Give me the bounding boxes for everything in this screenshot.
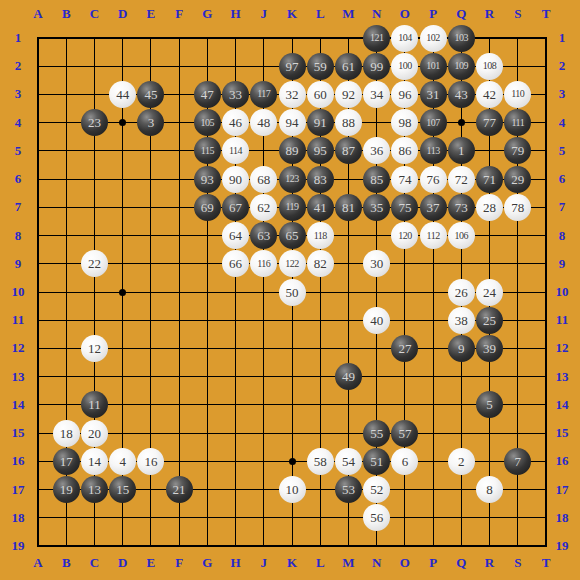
stone-move-number: 114: [229, 146, 242, 156]
row-label-right: 8: [548, 227, 576, 245]
stone-white-42[interactable]: 42: [476, 81, 503, 108]
stone-white-20[interactable]: 20: [81, 420, 108, 447]
stone-white-104[interactable]: 104: [391, 25, 418, 52]
column-label-top: D: [109, 5, 137, 23]
stone-move-number: 6: [402, 455, 409, 468]
stone-move-number: 12: [88, 342, 101, 355]
grid-line-horizontal: [38, 404, 546, 405]
stone-move-number: 52: [370, 483, 383, 496]
row-label-right: 2: [548, 57, 576, 75]
stone-move-number: 63: [257, 229, 270, 242]
stone-move-number: 90: [229, 173, 242, 186]
stone-white-88[interactable]: 88: [335, 109, 362, 136]
stone-move-number: 113: [427, 146, 440, 156]
stone-move-number: 67: [229, 201, 242, 214]
stone-black-9[interactable]: 9: [448, 335, 475, 362]
column-label-top: S: [504, 5, 532, 23]
stone-move-number: 16: [144, 455, 157, 468]
stone-move-number: 49: [342, 370, 355, 383]
stone-move-number: 72: [455, 173, 468, 186]
row-label-left: 15: [4, 424, 32, 442]
stone-move-number: 119: [285, 202, 298, 212]
stone-move-number: 46: [229, 116, 242, 129]
column-label-bottom: F: [165, 554, 193, 572]
stone-black-109[interactable]: 109: [448, 53, 475, 80]
column-label-bottom: C: [80, 554, 108, 572]
stone-move-number: 39: [483, 342, 496, 355]
stone-move-number: 65: [286, 229, 299, 242]
row-label-right: 5: [548, 142, 576, 160]
stone-move-number: 108: [483, 61, 497, 71]
stone-black-29[interactable]: 29: [504, 166, 531, 193]
star-point: [458, 119, 465, 126]
stone-move-number: 116: [257, 259, 270, 269]
stone-white-22[interactable]: 22: [81, 250, 108, 277]
stone-move-number: 120: [398, 231, 412, 241]
stone-move-number: 21: [173, 483, 186, 496]
stone-move-number: 77: [483, 116, 496, 129]
stone-black-67[interactable]: 67: [222, 194, 249, 221]
stone-move-number: 38: [455, 314, 468, 327]
row-label-right: 19: [548, 537, 576, 555]
stone-move-number: 81: [342, 201, 355, 214]
stone-move-number: 10: [286, 483, 299, 496]
stone-move-number: 111: [511, 118, 524, 128]
column-label-top: O: [391, 5, 419, 23]
stone-white-4[interactable]: 4: [109, 448, 136, 475]
stone-black-83[interactable]: 83: [307, 166, 334, 193]
stone-black-31[interactable]: 31: [420, 81, 447, 108]
stone-move-number: 57: [398, 427, 411, 440]
stone-black-47[interactable]: 47: [194, 81, 221, 108]
row-label-left: 13: [4, 368, 32, 386]
row-label-left: 1: [4, 29, 32, 47]
stone-move-number: 87: [342, 144, 355, 157]
stone-black-99[interactable]: 99: [363, 53, 390, 80]
column-label-top: M: [334, 5, 362, 23]
stone-white-18[interactable]: 18: [53, 420, 80, 447]
stone-move-number: 19: [60, 483, 73, 496]
stone-move-number: 69: [201, 201, 214, 214]
column-label-bottom: O: [391, 554, 419, 572]
stone-move-number: 5: [486, 398, 493, 411]
row-label-right: 1: [548, 29, 576, 47]
row-label-left: 9: [4, 255, 32, 273]
stone-black-1[interactable]: 1: [448, 137, 475, 164]
stone-white-40[interactable]: 40: [363, 307, 390, 334]
row-label-right: 18: [548, 509, 576, 527]
column-label-bottom: R: [476, 554, 504, 572]
stone-move-number: 102: [426, 33, 440, 43]
stone-move-number: 1: [458, 144, 465, 157]
stone-move-number: 76: [427, 173, 440, 186]
stone-black-103[interactable]: 103: [448, 25, 475, 52]
stone-white-62[interactable]: 62: [250, 194, 277, 221]
column-label-bottom: Q: [447, 554, 475, 572]
stone-move-number: 89: [286, 144, 299, 157]
stone-white-112[interactable]: 112: [420, 222, 447, 249]
row-label-right: 9: [548, 255, 576, 273]
stone-white-122[interactable]: 122: [279, 250, 306, 277]
row-label-left: 7: [4, 198, 32, 216]
row-label-left: 4: [4, 114, 32, 132]
stone-black-105[interactable]: 105: [194, 109, 221, 136]
stone-move-number: 68: [257, 173, 270, 186]
stone-move-number: 106: [455, 231, 469, 241]
stone-move-number: 20: [88, 427, 101, 440]
stone-move-number: 11: [88, 398, 101, 411]
stone-move-number: 17: [60, 455, 73, 468]
stone-black-55[interactable]: 55: [363, 420, 390, 447]
row-label-right: 4: [548, 114, 576, 132]
stone-black-101[interactable]: 101: [420, 53, 447, 80]
stone-move-number: 121: [370, 33, 384, 43]
stone-move-number: 86: [398, 144, 411, 157]
column-label-top: C: [80, 5, 108, 23]
column-label-top: J: [250, 5, 278, 23]
stone-move-number: 103: [455, 33, 469, 43]
stone-move-number: 7: [515, 455, 522, 468]
stone-move-number: 22: [88, 257, 101, 270]
stone-move-number: 88: [342, 116, 355, 129]
stone-black-7[interactable]: 7: [504, 448, 531, 475]
stone-move-number: 64: [229, 229, 242, 242]
row-label-left: 2: [4, 57, 32, 75]
stone-move-number: 62: [257, 201, 270, 214]
stone-move-number: 99: [370, 60, 383, 73]
stone-move-number: 53: [342, 483, 355, 496]
stone-black-71[interactable]: 71: [476, 166, 503, 193]
column-label-top: R: [476, 5, 504, 23]
column-label-top: N: [363, 5, 391, 23]
stone-move-number: 115: [201, 146, 214, 156]
stone-move-number: 36: [370, 144, 383, 157]
stone-black-25[interactable]: 25: [476, 307, 503, 334]
stone-move-number: 96: [398, 88, 411, 101]
column-label-bottom: P: [419, 554, 447, 572]
stone-move-number: 25: [483, 314, 496, 327]
stone-white-6[interactable]: 6: [391, 448, 418, 475]
column-label-top: H: [222, 5, 250, 23]
stone-move-number: 3: [148, 116, 155, 129]
column-label-bottom: B: [52, 554, 80, 572]
stone-move-number: 33: [229, 88, 242, 101]
stone-move-number: 24: [483, 286, 496, 299]
stone-white-26[interactable]: 26: [448, 279, 475, 306]
stone-move-number: 48: [257, 116, 270, 129]
stone-move-number: 118: [314, 231, 327, 241]
stone-move-number: 41: [314, 201, 327, 214]
grid-line-horizontal: [38, 433, 546, 434]
stone-move-number: 37: [427, 201, 440, 214]
stone-black-121[interactable]: 121: [363, 25, 390, 52]
stone-black-69[interactable]: 69: [194, 194, 221, 221]
stone-black-57[interactable]: 57: [391, 420, 418, 447]
stone-white-102[interactable]: 102: [420, 25, 447, 52]
row-label-right: 15: [548, 424, 576, 442]
stone-black-37[interactable]: 37: [420, 194, 447, 221]
column-label-top: F: [165, 5, 193, 23]
stone-black-65[interactable]: 65: [279, 222, 306, 249]
stone-white-14[interactable]: 14: [81, 448, 108, 475]
column-label-bottom: M: [334, 554, 362, 572]
stone-move-number: 100: [398, 61, 412, 71]
stone-black-95[interactable]: 95: [307, 137, 334, 164]
stone-white-46[interactable]: 46: [222, 109, 249, 136]
stone-white-82[interactable]: 82: [307, 250, 334, 277]
column-label-bottom: D: [109, 554, 137, 572]
stone-move-number: 29: [511, 173, 524, 186]
row-label-right: 13: [548, 368, 576, 386]
stone-white-100[interactable]: 100: [391, 53, 418, 80]
stone-move-number: 66: [229, 257, 242, 270]
stone-white-52[interactable]: 52: [363, 476, 390, 503]
stone-black-23[interactable]: 23: [81, 109, 108, 136]
row-label-left: 12: [4, 339, 32, 357]
stone-move-number: 54: [342, 455, 355, 468]
row-label-left: 5: [4, 142, 32, 160]
stone-black-117[interactable]: 117: [250, 81, 277, 108]
stone-black-49[interactable]: 49: [335, 363, 362, 390]
stone-move-number: 105: [201, 118, 215, 128]
stone-white-78[interactable]: 78: [504, 194, 531, 221]
stone-move-number: 109: [455, 61, 469, 71]
grid-line-horizontal: [38, 517, 546, 518]
stone-white-74[interactable]: 74: [391, 166, 418, 193]
star-point: [289, 458, 296, 465]
stone-white-8[interactable]: 8: [476, 476, 503, 503]
row-label-right: 17: [548, 481, 576, 499]
column-label-top: G: [193, 5, 221, 23]
stone-black-77[interactable]: 77: [476, 109, 503, 136]
stone-move-number: 97: [286, 60, 299, 73]
column-label-top: K: [278, 5, 306, 23]
stone-black-35[interactable]: 35: [363, 194, 390, 221]
stone-black-107[interactable]: 107: [420, 109, 447, 136]
stone-move-number: 101: [426, 61, 440, 71]
stone-move-number: 94: [286, 116, 299, 129]
row-label-left: 6: [4, 170, 32, 188]
stone-white-94[interactable]: 94: [279, 109, 306, 136]
stone-move-number: 74: [398, 173, 411, 186]
stone-white-64[interactable]: 64: [222, 222, 249, 249]
row-label-right: 10: [548, 283, 576, 301]
stone-move-number: 60: [314, 88, 327, 101]
stone-black-33[interactable]: 33: [222, 81, 249, 108]
stone-move-number: 117: [257, 89, 270, 99]
stone-move-number: 98: [398, 116, 411, 129]
stone-move-number: 8: [486, 483, 493, 496]
column-label-bottom: A: [24, 554, 52, 572]
row-label-right: 3: [548, 85, 576, 103]
column-label-top: E: [137, 5, 165, 23]
row-label-left: 16: [4, 452, 32, 470]
stone-black-93[interactable]: 93: [194, 166, 221, 193]
stone-move-number: 58: [314, 455, 327, 468]
stone-move-number: 15: [116, 483, 129, 496]
stone-move-number: 122: [285, 259, 299, 269]
stone-black-15[interactable]: 15: [109, 476, 136, 503]
stone-move-number: 61: [342, 60, 355, 73]
stone-move-number: 93: [201, 173, 214, 186]
row-label-left: 17: [4, 481, 32, 499]
column-label-bottom: E: [137, 554, 165, 572]
column-label-top: P: [419, 5, 447, 23]
row-label-right: 16: [548, 452, 576, 470]
row-label-right: 11: [548, 311, 576, 329]
stone-black-75[interactable]: 75: [391, 194, 418, 221]
stone-black-43[interactable]: 43: [448, 81, 475, 108]
row-label-left: 3: [4, 85, 32, 103]
stone-white-50[interactable]: 50: [279, 279, 306, 306]
stone-black-113[interactable]: 113: [420, 137, 447, 164]
stone-move-number: 30: [370, 257, 383, 270]
stone-black-19[interactable]: 19: [53, 476, 80, 503]
go-kifu-diagram: AABBCCDDEEFFGGHHJJKKLLMMNNOOPPQQRRSSTT11…: [0, 0, 580, 580]
stone-white-92[interactable]: 92: [335, 81, 362, 108]
column-label-bottom: T: [532, 554, 560, 572]
stone-black-61[interactable]: 61: [335, 53, 362, 80]
row-label-right: 14: [548, 396, 576, 414]
stone-move-number: 78: [511, 201, 524, 214]
stone-white-34[interactable]: 34: [363, 81, 390, 108]
stone-move-number: 23: [88, 116, 101, 129]
stone-white-54[interactable]: 54: [335, 448, 362, 475]
stone-move-number: 32: [286, 88, 299, 101]
stone-black-73[interactable]: 73: [448, 194, 475, 221]
stone-move-number: 59: [314, 60, 327, 73]
stone-move-number: 43: [455, 88, 468, 101]
stone-black-53[interactable]: 53: [335, 476, 362, 503]
stone-white-2[interactable]: 2: [448, 448, 475, 475]
stone-black-59[interactable]: 59: [307, 53, 334, 80]
stone-white-68[interactable]: 68: [250, 166, 277, 193]
stone-move-number: 26: [455, 286, 468, 299]
stone-black-91[interactable]: 91: [307, 109, 334, 136]
stone-white-60[interactable]: 60: [307, 81, 334, 108]
stone-move-number: 18: [60, 427, 73, 440]
stone-move-number: 104: [398, 33, 412, 43]
row-label-left: 14: [4, 396, 32, 414]
stone-move-number: 56: [370, 511, 383, 524]
row-label-left: 10: [4, 283, 32, 301]
row-label-right: 12: [548, 339, 576, 357]
stone-move-number: 79: [511, 144, 524, 157]
stone-move-number: 28: [483, 201, 496, 214]
stone-black-97[interactable]: 97: [279, 53, 306, 80]
stone-move-number: 2: [458, 455, 465, 468]
stone-move-number: 45: [144, 88, 157, 101]
stone-white-72[interactable]: 72: [448, 166, 475, 193]
row-label-left: 19: [4, 537, 32, 555]
stone-black-39[interactable]: 39: [476, 335, 503, 362]
stone-move-number: 95: [314, 144, 327, 157]
row-label-right: 6: [548, 170, 576, 188]
stone-white-28[interactable]: 28: [476, 194, 503, 221]
stone-white-32[interactable]: 32: [279, 81, 306, 108]
stone-black-119[interactable]: 119: [279, 194, 306, 221]
stone-move-number: 44: [116, 88, 129, 101]
stone-black-89[interactable]: 89: [279, 137, 306, 164]
stone-move-number: 91: [314, 116, 327, 129]
stone-white-76[interactable]: 76: [420, 166, 447, 193]
stone-white-44[interactable]: 44: [109, 81, 136, 108]
stone-move-number: 35: [370, 201, 383, 214]
grid-line-horizontal: [38, 376, 546, 377]
stone-white-24[interactable]: 24: [476, 279, 503, 306]
stone-white-10[interactable]: 10: [279, 476, 306, 503]
stone-white-58[interactable]: 58: [307, 448, 334, 475]
column-label-bottom: K: [278, 554, 306, 572]
stone-black-115[interactable]: 115: [194, 137, 221, 164]
stone-move-number: 92: [342, 88, 355, 101]
stone-move-number: 13: [88, 483, 101, 496]
stone-move-number: 110: [511, 89, 524, 99]
stone-move-number: 107: [426, 118, 440, 128]
stone-white-16[interactable]: 16: [137, 448, 164, 475]
stone-white-110[interactable]: 110: [504, 81, 531, 108]
column-label-bottom: L: [306, 554, 334, 572]
column-label-bottom: S: [504, 554, 532, 572]
stone-white-90[interactable]: 90: [222, 166, 249, 193]
stone-move-number: 85: [370, 173, 383, 186]
stone-black-13[interactable]: 13: [81, 476, 108, 503]
stone-white-118[interactable]: 118: [307, 222, 334, 249]
row-label-right: 7: [548, 198, 576, 216]
stone-black-51[interactable]: 51: [363, 448, 390, 475]
stone-move-number: 4: [119, 455, 126, 468]
column-label-top: B: [52, 5, 80, 23]
row-label-left: 11: [4, 311, 32, 329]
stone-black-21[interactable]: 21: [166, 476, 193, 503]
stone-move-number: 50: [286, 286, 299, 299]
stone-move-number: 73: [455, 201, 468, 214]
stone-move-number: 9: [458, 342, 465, 355]
row-label-left: 8: [4, 227, 32, 245]
column-label-bottom: J: [250, 554, 278, 572]
column-label-bottom: H: [222, 554, 250, 572]
stone-move-number: 34: [370, 88, 383, 101]
go-board[interactable]: AABBCCDDEEFFGGHHJJKKLLMMNNOOPPQQRRSSTT11…: [0, 0, 580, 580]
stone-black-17[interactable]: 17: [53, 448, 80, 475]
stone-move-number: 14: [88, 455, 101, 468]
stone-move-number: 75: [398, 201, 411, 214]
stone-move-number: 71: [483, 173, 496, 186]
stone-move-number: 40: [370, 314, 383, 327]
column-label-top: A: [24, 5, 52, 23]
stone-black-81[interactable]: 81: [335, 194, 362, 221]
stone-white-12[interactable]: 12: [81, 335, 108, 362]
stone-move-number: 82: [314, 257, 327, 270]
column-label-top: Q: [447, 5, 475, 23]
stone-white-108[interactable]: 108: [476, 53, 503, 80]
stone-move-number: 112: [427, 231, 440, 241]
stone-move-number: 55: [370, 427, 383, 440]
column-label-bottom: N: [363, 554, 391, 572]
stone-move-number: 31: [427, 88, 440, 101]
stone-move-number: 83: [314, 173, 327, 186]
stone-black-41[interactable]: 41: [307, 194, 334, 221]
stone-move-number: 27: [398, 342, 411, 355]
stone-black-123[interactable]: 123: [279, 166, 306, 193]
stone-black-85[interactable]: 85: [363, 166, 390, 193]
column-label-top: L: [306, 5, 334, 23]
column-label-bottom: G: [193, 554, 221, 572]
stone-white-106[interactable]: 106: [448, 222, 475, 249]
stone-move-number: 51: [370, 455, 383, 468]
stone-white-38[interactable]: 38: [448, 307, 475, 334]
stone-move-number: 42: [483, 88, 496, 101]
